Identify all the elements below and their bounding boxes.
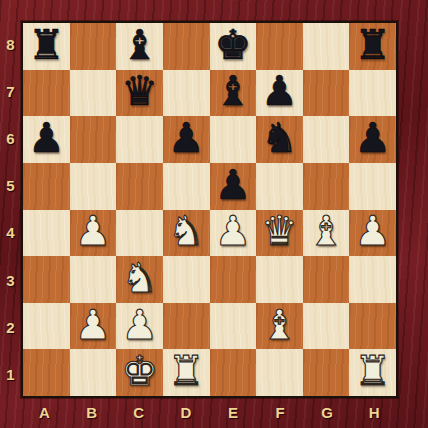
rank-label-text: 6 — [6, 130, 14, 147]
square-h3[interactable] — [349, 256, 396, 303]
piece-white-queen[interactable]: ♛ — [261, 211, 298, 252]
file-label-a: A — [21, 399, 68, 426]
square-g5[interactable] — [303, 163, 350, 210]
square-g3[interactable] — [303, 256, 350, 303]
board: ♜♝♚♜♛♝♟♟♟♞♟♟♟♞♟♛♝♟♞♟♟♝♚♜♜ — [21, 21, 398, 398]
square-d5[interactable] — [163, 163, 210, 210]
piece-black-bishop[interactable]: ♝ — [214, 71, 251, 112]
file-label-d: D — [162, 399, 209, 426]
square-b5[interactable] — [70, 163, 117, 210]
square-h6[interactable]: ♟ — [349, 116, 396, 163]
piece-white-bishop[interactable]: ♝ — [308, 211, 345, 252]
square-h1[interactable]: ♜ — [349, 349, 396, 396]
file-label-c: C — [115, 399, 162, 426]
file-label-text: H — [369, 404, 380, 421]
square-b3[interactable] — [70, 256, 117, 303]
file-label-text: D — [180, 404, 191, 421]
file-labels: ABCDEFGH — [21, 399, 398, 426]
square-h7[interactable] — [349, 70, 396, 117]
square-b6[interactable] — [70, 116, 117, 163]
square-b8[interactable] — [70, 23, 117, 70]
square-e4[interactable]: ♟ — [210, 210, 257, 257]
piece-black-knight[interactable]: ♞ — [261, 118, 298, 159]
file-label-text: F — [275, 404, 284, 421]
rank-label-2: 2 — [0, 304, 21, 351]
square-h8[interactable]: ♜ — [349, 23, 396, 70]
square-g7[interactable] — [303, 70, 350, 117]
rank-label-1: 1 — [0, 351, 21, 398]
square-h5[interactable] — [349, 163, 396, 210]
square-c8[interactable]: ♝ — [116, 23, 163, 70]
file-label-text: G — [321, 404, 333, 421]
square-c3[interactable]: ♞ — [116, 256, 163, 303]
square-e3[interactable] — [210, 256, 257, 303]
piece-black-pawn[interactable]: ♟ — [261, 71, 298, 112]
square-e6[interactable] — [210, 116, 257, 163]
rank-label-5: 5 — [0, 162, 21, 209]
file-label-text: E — [228, 404, 238, 421]
square-e7[interactable]: ♝ — [210, 70, 257, 117]
piece-white-knight[interactable]: ♞ — [168, 211, 205, 252]
square-g2[interactable] — [303, 303, 350, 350]
piece-white-rook[interactable]: ♜ — [354, 351, 391, 392]
square-f4[interactable]: ♛ — [256, 210, 303, 257]
square-d7[interactable] — [163, 70, 210, 117]
square-g1[interactable] — [303, 349, 350, 396]
file-label-text: B — [86, 404, 97, 421]
board-frame: ♜♝♚♜♛♝♟♟♟♞♟♟♟♞♟♛♝♟♞♟♟♝♚♜♜ 87654321 ABCDE… — [0, 0, 428, 428]
square-d8[interactable] — [163, 23, 210, 70]
square-d1[interactable]: ♜ — [163, 349, 210, 396]
piece-black-rook[interactable]: ♜ — [354, 25, 391, 66]
piece-black-pawn[interactable]: ♟ — [214, 165, 251, 206]
rank-label-7: 7 — [0, 68, 21, 115]
square-b1[interactable] — [70, 349, 117, 396]
rank-label-text: 2 — [6, 319, 14, 336]
rank-label-4: 4 — [0, 209, 21, 256]
square-d6[interactable]: ♟ — [163, 116, 210, 163]
square-f6[interactable]: ♞ — [256, 116, 303, 163]
piece-white-king[interactable]: ♚ — [121, 351, 158, 392]
square-a5[interactable] — [23, 163, 70, 210]
file-label-h: H — [351, 399, 398, 426]
square-g6[interactable] — [303, 116, 350, 163]
square-a4[interactable] — [23, 210, 70, 257]
square-b7[interactable] — [70, 70, 117, 117]
square-f8[interactable] — [256, 23, 303, 70]
square-f3[interactable] — [256, 256, 303, 303]
square-e1[interactable] — [210, 349, 257, 396]
file-label-b: B — [68, 399, 115, 426]
piece-black-pawn[interactable]: ♟ — [28, 118, 65, 159]
square-a1[interactable] — [23, 349, 70, 396]
square-e2[interactable] — [210, 303, 257, 350]
square-g8[interactable] — [303, 23, 350, 70]
square-f2[interactable]: ♝ — [256, 303, 303, 350]
piece-white-pawn[interactable]: ♟ — [75, 211, 112, 252]
square-b4[interactable]: ♟ — [70, 210, 117, 257]
rank-label-text: 1 — [6, 366, 14, 383]
square-f5[interactable] — [256, 163, 303, 210]
square-a8[interactable]: ♜ — [23, 23, 70, 70]
rank-label-3: 3 — [0, 257, 21, 304]
piece-white-rook[interactable]: ♜ — [168, 351, 205, 392]
piece-black-queen[interactable]: ♛ — [121, 71, 158, 112]
rank-label-text: 5 — [6, 177, 14, 194]
rank-label-text: 4 — [6, 224, 14, 241]
file-label-g: G — [304, 399, 351, 426]
file-label-text: C — [133, 404, 144, 421]
square-d3[interactable] — [163, 256, 210, 303]
piece-black-pawn[interactable]: ♟ — [354, 118, 391, 159]
rank-label-text: 8 — [6, 36, 14, 53]
rank-labels: 87654321 — [0, 21, 21, 398]
rank-label-8: 8 — [0, 21, 21, 68]
square-e5[interactable]: ♟ — [210, 163, 257, 210]
rank-label-text: 3 — [6, 272, 14, 289]
piece-black-rook[interactable]: ♜ — [28, 25, 65, 66]
square-a3[interactable] — [23, 256, 70, 303]
square-c4[interactable] — [116, 210, 163, 257]
rank-label-text: 7 — [6, 83, 14, 100]
square-d2[interactable] — [163, 303, 210, 350]
piece-white-pawn[interactable]: ♟ — [121, 305, 158, 346]
square-c7[interactable]: ♛ — [116, 70, 163, 117]
square-a6[interactable]: ♟ — [23, 116, 70, 163]
square-a2[interactable] — [23, 303, 70, 350]
square-c1[interactable]: ♚ — [116, 349, 163, 396]
rank-label-6: 6 — [0, 115, 21, 162]
square-a7[interactable] — [23, 70, 70, 117]
file-label-f: F — [257, 399, 304, 426]
square-c2[interactable]: ♟ — [116, 303, 163, 350]
square-h4[interactable]: ♟ — [349, 210, 396, 257]
piece-white-bishop[interactable]: ♝ — [261, 305, 298, 346]
piece-black-pawn[interactable]: ♟ — [168, 118, 205, 159]
square-b2[interactable]: ♟ — [70, 303, 117, 350]
square-f1[interactable] — [256, 349, 303, 396]
piece-white-pawn[interactable]: ♟ — [214, 211, 251, 252]
square-d4[interactable]: ♞ — [163, 210, 210, 257]
square-c6[interactable] — [116, 116, 163, 163]
square-c5[interactable] — [116, 163, 163, 210]
square-e8[interactable]: ♚ — [210, 23, 257, 70]
file-label-text: A — [39, 404, 50, 421]
piece-white-knight[interactable]: ♞ — [121, 258, 158, 299]
piece-white-pawn[interactable]: ♟ — [354, 211, 391, 252]
square-f7[interactable]: ♟ — [256, 70, 303, 117]
piece-black-bishop[interactable]: ♝ — [121, 25, 158, 66]
piece-white-pawn[interactable]: ♟ — [75, 305, 112, 346]
square-g4[interactable]: ♝ — [303, 210, 350, 257]
piece-black-king[interactable]: ♚ — [214, 25, 251, 66]
square-h2[interactable] — [349, 303, 396, 350]
file-label-e: E — [209, 399, 256, 426]
